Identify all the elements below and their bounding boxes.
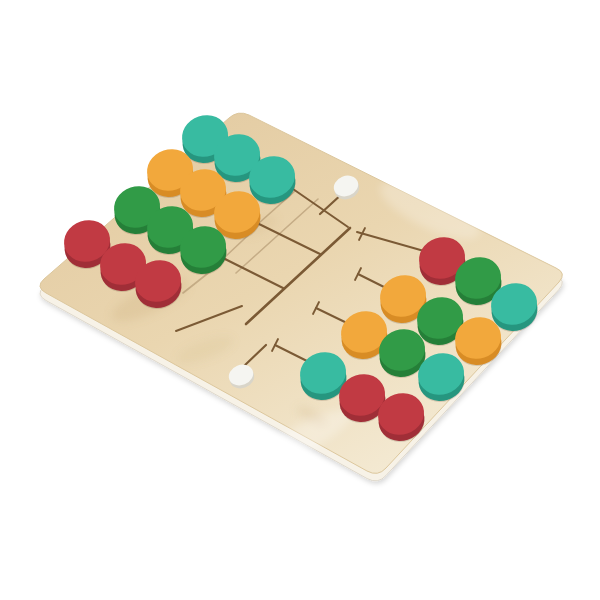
photo-stage (0, 0, 600, 600)
puzzle-board-scene (0, 0, 600, 600)
